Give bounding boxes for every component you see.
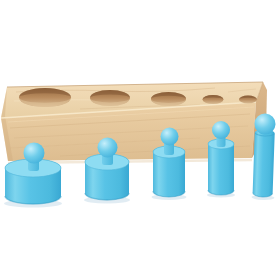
cylinder-3-knob <box>161 128 179 146</box>
cylinder-4-knob <box>212 121 230 139</box>
socket-3-medium <box>151 92 186 106</box>
cylinder-5-body <box>252 129 274 197</box>
product-photo <box>0 0 280 280</box>
socket-2-large <box>90 90 130 106</box>
socket-5-smallest <box>239 96 257 104</box>
socket-4-small <box>203 95 224 104</box>
scene-canvas <box>0 0 280 280</box>
socket-1-largest <box>19 88 71 107</box>
cylinder-2-knob <box>98 138 118 158</box>
cylinder-5-narrowest <box>251 113 277 200</box>
cylinder-1-knob <box>24 143 45 164</box>
